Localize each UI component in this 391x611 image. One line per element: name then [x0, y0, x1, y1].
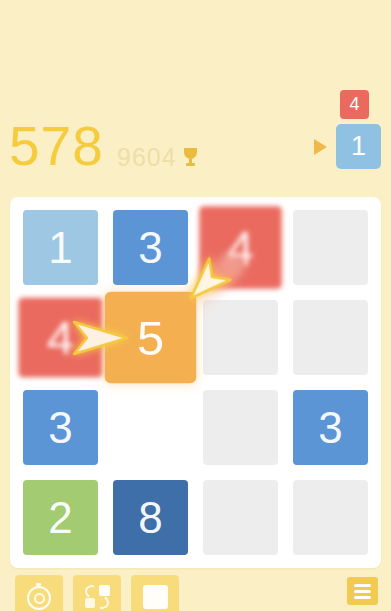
- board-cell-r4c2[interactable]: 8: [113, 480, 188, 555]
- game-board[interactable]: 134453328: [10, 197, 381, 568]
- tile-3[interactable]: 3: [113, 210, 188, 285]
- board-cell-r3c1[interactable]: 3: [23, 390, 98, 465]
- trophy-cup: [184, 148, 197, 159]
- tile-5[interactable]: 5: [105, 292, 197, 384]
- menu-button[interactable]: [347, 577, 378, 605]
- shuffle-button[interactable]: [73, 575, 121, 611]
- board-grid: 134453328: [23, 210, 368, 555]
- blank-tile-icon: [143, 585, 168, 609]
- board-cell-r1c2[interactable]: 3: [113, 210, 188, 285]
- tile-3[interactable]: 3: [293, 390, 368, 465]
- board-cell-r2c1[interactable]: 4: [23, 300, 98, 375]
- app-root: 578 9604 4 1 134453328: [0, 0, 391, 611]
- board-cell-r2c3: [203, 300, 278, 375]
- best-score-value: 9604: [117, 144, 177, 170]
- board-cell-r1c1[interactable]: 1: [23, 210, 98, 285]
- next-pointer-icon: [314, 139, 327, 155]
- board-cell-r4c3: [203, 480, 278, 555]
- next-tile: 1: [336, 124, 381, 169]
- upcoming-tile: 4: [340, 90, 369, 119]
- tile-button[interactable]: [131, 575, 179, 611]
- trophy-icon: [183, 148, 198, 168]
- tile-4[interactable]: 4: [199, 206, 282, 289]
- clock-button[interactable]: [15, 575, 63, 611]
- board-cell-r3c3: [203, 390, 278, 465]
- board-cell-r4c4: [293, 480, 368, 555]
- board-cell-r4c1[interactable]: 2: [23, 480, 98, 555]
- board-cell-r1c4: [293, 210, 368, 285]
- board-cell-r3c2: [113, 390, 188, 465]
- clock-icon: [26, 584, 52, 610]
- shuffle-tiles-icon: [84, 584, 111, 610]
- board-cell-r2c4: [293, 300, 368, 375]
- board-cell-r2c2[interactable]: 5: [113, 300, 188, 375]
- board-cell-r3c4[interactable]: 3: [293, 390, 368, 465]
- tile-3[interactable]: 3: [23, 390, 98, 465]
- board-cell-r1c3[interactable]: 4: [203, 210, 278, 285]
- trophy-base: [186, 163, 195, 166]
- hamburger-menu-icon: [354, 584, 371, 587]
- score-value: 578: [9, 118, 104, 174]
- tile-2[interactable]: 2: [23, 480, 98, 555]
- tile-1[interactable]: 1: [23, 210, 98, 285]
- tile-8[interactable]: 8: [113, 480, 188, 555]
- tile-4[interactable]: 4: [19, 298, 103, 378]
